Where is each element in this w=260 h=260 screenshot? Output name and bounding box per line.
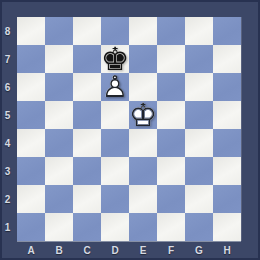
square-b1[interactable] bbox=[45, 213, 73, 241]
board: ♚♟♙♚♔ bbox=[17, 17, 241, 241]
square-e8[interactable] bbox=[129, 17, 157, 45]
square-e1[interactable] bbox=[129, 213, 157, 241]
square-e4[interactable] bbox=[129, 129, 157, 157]
square-a7[interactable] bbox=[17, 45, 45, 73]
square-f8[interactable] bbox=[157, 17, 185, 45]
square-b3[interactable] bbox=[45, 157, 73, 185]
white-king[interactable]: ♚♔ bbox=[129, 101, 157, 129]
file-label-a: A bbox=[17, 241, 45, 260]
square-a8[interactable] bbox=[17, 17, 45, 45]
square-g7[interactable] bbox=[185, 45, 213, 73]
file-label-d: D bbox=[101, 241, 129, 260]
black-king-fill-glyph: ♚ bbox=[101, 45, 129, 73]
square-g3[interactable] bbox=[185, 157, 213, 185]
square-h2[interactable] bbox=[213, 185, 241, 213]
square-d3[interactable] bbox=[101, 157, 129, 185]
square-h8[interactable] bbox=[213, 17, 241, 45]
rank-label-8: 8 bbox=[0, 17, 15, 45]
square-a3[interactable] bbox=[17, 157, 45, 185]
white-pawn-fill-glyph: ♟ bbox=[101, 73, 129, 101]
square-g5[interactable] bbox=[185, 101, 213, 129]
square-a2[interactable] bbox=[17, 185, 45, 213]
rank-label-7: 7 bbox=[0, 45, 15, 73]
square-f5[interactable] bbox=[157, 101, 185, 129]
square-c4[interactable] bbox=[73, 129, 101, 157]
square-f7[interactable] bbox=[157, 45, 185, 73]
file-label-h: H bbox=[213, 241, 241, 260]
square-d7[interactable]: ♚ bbox=[101, 45, 129, 73]
square-b4[interactable] bbox=[45, 129, 73, 157]
square-c2[interactable] bbox=[73, 185, 101, 213]
square-f3[interactable] bbox=[157, 157, 185, 185]
file-label-g: G bbox=[185, 241, 213, 260]
rank-label-4: 4 bbox=[0, 129, 15, 157]
square-d8[interactable] bbox=[101, 17, 129, 45]
square-b6[interactable] bbox=[45, 73, 73, 101]
square-c5[interactable] bbox=[73, 101, 101, 129]
square-g4[interactable] bbox=[185, 129, 213, 157]
square-b5[interactable] bbox=[45, 101, 73, 129]
square-e2[interactable] bbox=[129, 185, 157, 213]
square-f6[interactable] bbox=[157, 73, 185, 101]
rank-label-6: 6 bbox=[0, 73, 15, 101]
white-pawn-outline-glyph: ♙ bbox=[101, 73, 129, 101]
square-c8[interactable] bbox=[73, 17, 101, 45]
rank-label-2: 2 bbox=[0, 185, 15, 213]
square-e3[interactable] bbox=[129, 157, 157, 185]
square-h6[interactable] bbox=[213, 73, 241, 101]
file-label-b: B bbox=[45, 241, 73, 260]
square-c6[interactable] bbox=[73, 73, 101, 101]
rank-label-1: 1 bbox=[0, 213, 15, 241]
square-g1[interactable] bbox=[185, 213, 213, 241]
square-d2[interactable] bbox=[101, 185, 129, 213]
square-d4[interactable] bbox=[101, 129, 129, 157]
square-e5[interactable]: ♚♔ bbox=[129, 101, 157, 129]
square-h4[interactable] bbox=[213, 129, 241, 157]
square-a6[interactable] bbox=[17, 73, 45, 101]
square-e7[interactable] bbox=[129, 45, 157, 73]
square-b7[interactable] bbox=[45, 45, 73, 73]
file-label-e: E bbox=[129, 241, 157, 260]
square-c7[interactable] bbox=[73, 45, 101, 73]
white-king-outline-glyph: ♔ bbox=[129, 101, 157, 129]
square-g2[interactable] bbox=[185, 185, 213, 213]
square-d5[interactable] bbox=[101, 101, 129, 129]
square-h7[interactable] bbox=[213, 45, 241, 73]
square-c1[interactable] bbox=[73, 213, 101, 241]
square-d6[interactable]: ♟♙ bbox=[101, 73, 129, 101]
square-f2[interactable] bbox=[157, 185, 185, 213]
square-f4[interactable] bbox=[157, 129, 185, 157]
square-e6[interactable] bbox=[129, 73, 157, 101]
square-h1[interactable] bbox=[213, 213, 241, 241]
square-d1[interactable] bbox=[101, 213, 129, 241]
square-c3[interactable] bbox=[73, 157, 101, 185]
square-g6[interactable] bbox=[185, 73, 213, 101]
rank-label-5: 5 bbox=[0, 101, 15, 129]
square-h5[interactable] bbox=[213, 101, 241, 129]
file-labels: ABCDEFGH bbox=[17, 241, 241, 260]
square-g8[interactable] bbox=[185, 17, 213, 45]
rank-label-3: 3 bbox=[0, 157, 15, 185]
chessboard-frame: ♚♟♙♚♔ 87654321 ABCDEFGH bbox=[0, 0, 260, 260]
square-a5[interactable] bbox=[17, 101, 45, 129]
file-label-f: F bbox=[157, 241, 185, 260]
square-f1[interactable] bbox=[157, 213, 185, 241]
white-king-fill-glyph: ♚ bbox=[129, 101, 157, 129]
square-b8[interactable] bbox=[45, 17, 73, 45]
file-label-c: C bbox=[73, 241, 101, 260]
square-b2[interactable] bbox=[45, 185, 73, 213]
square-a1[interactable] bbox=[17, 213, 45, 241]
white-pawn[interactable]: ♟♙ bbox=[101, 73, 129, 101]
square-h3[interactable] bbox=[213, 157, 241, 185]
square-a4[interactable] bbox=[17, 129, 45, 157]
black-king[interactable]: ♚ bbox=[101, 45, 129, 73]
